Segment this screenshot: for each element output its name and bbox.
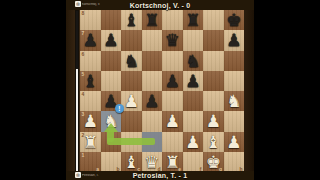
black-pawn-d4: ♟ (144, 91, 159, 111)
white-bishop-g2: ♝ (206, 132, 221, 152)
square-d5[interactable] (142, 71, 163, 91)
square-h1[interactable]: h (224, 152, 245, 172)
square-e4[interactable] (162, 91, 183, 111)
black-queen-e7: ♛ (165, 30, 180, 50)
rank-label-2: 2 (82, 133, 85, 138)
move-arrow (104, 123, 118, 132)
square-g3[interactable]: ♟ (203, 111, 224, 131)
eval-black-portion (76, 11, 78, 69)
square-c3[interactable] (121, 111, 142, 131)
bottom-player-bar: ♔ Petrosian, T. Petrosian, T. - 1 (66, 171, 254, 180)
rank-label-5: 5 (82, 72, 85, 77)
square-f5[interactable]: ♟ (183, 71, 204, 91)
square-f8[interactable]: ♜ (183, 10, 204, 30)
square-h3[interactable] (224, 111, 245, 131)
bottom-player-title: Petrosian, T. - 1 (133, 172, 188, 179)
black-rook-d8: ♜ (144, 10, 159, 30)
square-g4[interactable] (203, 91, 224, 111)
black-king-h8: ♚ (226, 10, 241, 30)
white-rook-a2: ♜ (83, 132, 98, 152)
black-bishop-c8: ♝ (124, 10, 139, 30)
square-c4[interactable]: ♟ (121, 91, 142, 111)
square-d8[interactable]: ♜ (142, 10, 163, 30)
evaluation-bar (75, 10, 79, 172)
square-h7[interactable]: ♟ (224, 30, 245, 50)
square-b1[interactable]: b (101, 152, 122, 172)
square-g1[interactable]: g♚ (203, 152, 224, 172)
square-a6[interactable]: 6 (80, 51, 101, 71)
square-d7[interactable] (142, 30, 163, 50)
white-pawn-a3: ♟ (83, 111, 98, 131)
square-c1[interactable]: c♝ (121, 152, 142, 172)
square-b6[interactable] (101, 51, 122, 71)
square-b5[interactable] (101, 71, 122, 91)
black-pawn-f5: ♟ (185, 71, 200, 91)
square-h8[interactable]: ♚ (224, 10, 245, 30)
white-pawn-g3: ♟ (206, 111, 221, 131)
top-nameplate-label: Kortschnoj, V. (82, 3, 100, 6)
black-pawn-b7: ♟ (103, 30, 118, 50)
square-c5[interactable] (121, 71, 142, 91)
bottom-nameplate: ♔ Petrosian, T. (75, 172, 99, 178)
black-knight-c6: ♞ (124, 51, 139, 71)
top-player-bar: ♔ Kortschnoj, V. Kortschnoj, V. - 0 (66, 0, 254, 10)
bottom-avatar-icon: ♔ (75, 172, 81, 178)
chess-board[interactable]: 8♝♜♜♚7♟♟♛♟6♞♞5♝♟♟4♟♟♟♞3♟♞♟♟2♜♟♝♟1abc♝d♛e… (80, 10, 244, 172)
rank-label-8: 8 (82, 11, 85, 16)
square-f3[interactable] (183, 111, 204, 131)
rank-label-3: 3 (82, 112, 85, 117)
rank-label-4: 4 (82, 92, 85, 97)
square-g8[interactable] (203, 10, 224, 30)
top-player-title: Kortschnoj, V. - 0 (130, 2, 191, 9)
white-pawn-e3: ♟ (165, 111, 180, 131)
move-annotation-badge: ! (115, 104, 124, 113)
move-arrow (107, 138, 155, 145)
square-h2[interactable]: ♟ (224, 132, 245, 152)
square-h4[interactable]: ♞ (224, 91, 245, 111)
top-avatar-icon: ♔ (75, 1, 81, 7)
black-pawn-h7: ♟ (226, 30, 241, 50)
square-d4[interactable]: ♟ (142, 91, 163, 111)
black-rook-f8: ♜ (185, 10, 200, 30)
square-a1[interactable]: 1a (80, 152, 101, 172)
square-h5[interactable] (224, 71, 245, 91)
square-a3[interactable]: 3♟ (80, 111, 101, 131)
square-e6[interactable] (162, 51, 183, 71)
top-nameplate: ♔ Kortschnoj, V. (75, 1, 100, 7)
bottom-nameplate-label: Petrosian, T. (82, 174, 99, 177)
eval-white-portion (76, 69, 78, 171)
white-pawn-c4: ♟ (124, 91, 139, 111)
square-e7[interactable]: ♛ (162, 30, 183, 50)
square-g5[interactable] (203, 71, 224, 91)
white-knight-h4: ♞ (226, 91, 241, 111)
square-d1[interactable]: d♛ (142, 152, 163, 172)
square-c7[interactable] (121, 30, 142, 50)
square-a5[interactable]: 5♝ (80, 71, 101, 91)
app-window: ♔ Kortschnoj, V. Kortschnoj, V. - 0 8♝♜♜… (0, 0, 320, 180)
square-e2[interactable] (162, 132, 183, 152)
square-e8[interactable] (162, 10, 183, 30)
square-f4[interactable] (183, 91, 204, 111)
square-g7[interactable] (203, 30, 224, 50)
white-pawn-f2: ♟ (185, 132, 200, 152)
square-a4[interactable]: 4 (80, 91, 101, 111)
square-h6[interactable] (224, 51, 245, 71)
square-a2[interactable]: 2♜ (80, 132, 101, 152)
square-c6[interactable]: ♞ (121, 51, 142, 71)
square-b8[interactable] (101, 10, 122, 30)
square-b7[interactable]: ♟ (101, 30, 122, 50)
square-e3[interactable]: ♟ (162, 111, 183, 131)
square-g6[interactable] (203, 51, 224, 71)
square-f1[interactable]: f (183, 152, 204, 172)
square-d3[interactable] (142, 111, 163, 131)
rank-label-6: 6 (82, 52, 85, 57)
square-c8[interactable]: ♝ (121, 10, 142, 30)
rank-label-7: 7 (82, 31, 85, 36)
square-e1[interactable]: e♜ (162, 152, 183, 172)
rank-label-1: 1 (82, 153, 85, 158)
square-g2[interactable]: ♝ (203, 132, 224, 152)
square-f7[interactable] (183, 30, 204, 50)
square-d6[interactable] (142, 51, 163, 71)
square-f2[interactable]: ♟ (183, 132, 204, 152)
square-a7[interactable]: 7♟ (80, 30, 101, 50)
square-e5[interactable]: ♟ (162, 71, 183, 91)
black-pawn-a7: ♟ (83, 30, 98, 50)
square-f6[interactable]: ♞ (183, 51, 204, 71)
black-knight-f6: ♞ (185, 51, 200, 71)
black-pawn-e5: ♟ (165, 71, 180, 91)
square-a8[interactable]: 8 (80, 10, 101, 30)
white-pawn-h2: ♟ (226, 132, 241, 152)
black-bishop-a5: ♝ (83, 71, 98, 91)
